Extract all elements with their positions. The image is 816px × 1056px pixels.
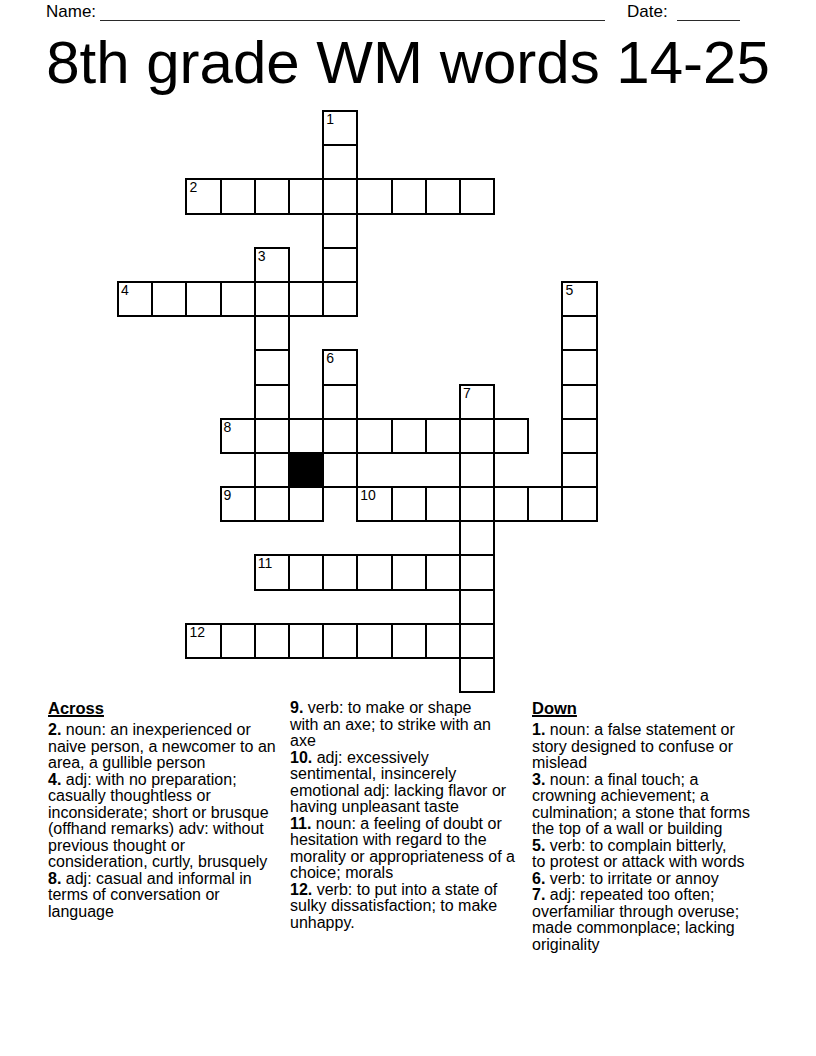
grid-cell[interactable] xyxy=(391,623,427,659)
grid-cell[interactable] xyxy=(288,486,324,522)
clue-text: adj: with no preparation; casually thoug… xyxy=(48,771,269,871)
grid-cell[interactable]: 11 xyxy=(254,554,290,590)
grid-cell[interactable] xyxy=(322,144,358,180)
grid-cell[interactable] xyxy=(254,384,290,420)
grid-cell[interactable]: 8 xyxy=(220,418,256,454)
grid-cell[interactable] xyxy=(254,452,290,488)
grid-cell[interactable] xyxy=(561,486,597,522)
clue-number: 2. xyxy=(48,721,61,738)
grid-cell[interactable] xyxy=(493,486,529,522)
grid-cell[interactable] xyxy=(561,384,597,420)
grid-cell[interactable] xyxy=(459,589,495,625)
clue-down-1: 1. noun: a false statement or story desi… xyxy=(532,722,772,772)
name-label: Name: xyxy=(46,2,96,21)
grid-cell[interactable] xyxy=(561,418,597,454)
puzzle-title: 8th grade WM words 14-25 xyxy=(0,33,816,93)
grid-cell[interactable] xyxy=(425,418,461,454)
clue-text: verb: to irritate or annoy xyxy=(550,870,719,887)
grid-cell[interactable] xyxy=(322,418,358,454)
cell-number: 12 xyxy=(189,625,205,640)
grid-cell[interactable] xyxy=(322,213,358,249)
grid-cell[interactable] xyxy=(254,418,290,454)
grid-cell[interactable] xyxy=(254,349,290,385)
clue-number: 4. xyxy=(48,771,61,788)
cell-number: 10 xyxy=(360,488,376,503)
clue-text: adj: repeated too often; overfamiliar th… xyxy=(532,886,739,953)
grid-cell[interactable] xyxy=(254,486,290,522)
grid-cell[interactable]: 9 xyxy=(220,486,256,522)
grid-cell[interactable] xyxy=(288,554,324,590)
clue-text: adj: casual and informal in terms of con… xyxy=(48,870,252,920)
grid-cell[interactable] xyxy=(561,452,597,488)
grid-cell[interactable] xyxy=(322,452,358,488)
cell-number: 6 xyxy=(326,351,334,366)
grid-cell[interactable] xyxy=(322,554,358,590)
grid-cell[interactable] xyxy=(288,623,324,659)
cell-number: 4 xyxy=(121,283,129,298)
grid-cell[interactable]: 1 xyxy=(322,110,358,146)
cell-number: 1 xyxy=(326,112,334,127)
grid-cell[interactable] xyxy=(459,418,495,454)
grid-cell[interactable]: 10 xyxy=(356,486,392,522)
grid-cell[interactable] xyxy=(459,486,495,522)
grid-cell[interactable] xyxy=(356,178,392,214)
grid-cell[interactable] xyxy=(254,623,290,659)
clue-down-5: 5. verb: to complain bitterly, to protes… xyxy=(532,838,772,871)
clue-down-6: 6. verb: to irritate or annoy xyxy=(532,871,772,888)
clues-down-column: Down 1. noun: a false statement or story… xyxy=(532,700,772,953)
date-label: Date: xyxy=(627,2,668,21)
clue-down-3: 3. noun: a final touch; a crowning achie… xyxy=(532,772,772,838)
clue-number: 1. xyxy=(532,721,545,738)
grid-cell[interactable] xyxy=(459,520,495,556)
grid-cell[interactable] xyxy=(425,486,461,522)
clue-number: 12. xyxy=(290,881,312,898)
grid-cell[interactable] xyxy=(459,178,495,214)
grid-cell[interactable] xyxy=(322,384,358,420)
clue-number: 11. xyxy=(290,815,311,832)
grid-cell[interactable]: 2 xyxy=(185,178,221,214)
clue-across-9: 9. verb: to make or shape with an axe; t… xyxy=(290,700,530,750)
cell-number: 9 xyxy=(224,488,232,503)
grid-cell[interactable] xyxy=(391,486,427,522)
cell-number: 2 xyxy=(189,180,197,195)
grid-cell[interactable]: 5 xyxy=(561,281,597,317)
cell-number: 8 xyxy=(224,420,232,435)
grid-cell[interactable]: 12 xyxy=(185,623,221,659)
grid-cell[interactable] xyxy=(356,623,392,659)
clue-across-2: 2. noun: an inexperienced or naive perso… xyxy=(48,722,286,772)
grid-cell[interactable] xyxy=(459,554,495,590)
clue-text: noun: a feeling of doubt or hesitation w… xyxy=(290,815,515,882)
grid-cell[interactable] xyxy=(254,178,290,214)
grid-cell[interactable] xyxy=(527,486,563,522)
crossword-worksheet: Name: Date: 8th grade WM words 14-25 123… xyxy=(0,0,816,1056)
clue-number: 10. xyxy=(290,749,312,766)
grid-cell[interactable] xyxy=(322,281,358,317)
grid-cell[interactable] xyxy=(459,623,495,659)
down-heading: Down xyxy=(532,700,772,717)
grid-cell[interactable]: 6 xyxy=(322,349,358,385)
clue-across-12: 12. verb: to put into a state of sulky d… xyxy=(290,882,530,932)
grid-cell[interactable] xyxy=(391,418,427,454)
clue-down-7: 7. adj: repeated too often; overfamiliar… xyxy=(532,887,772,953)
grid-cell[interactable]: 4 xyxy=(117,281,153,317)
grid-cell[interactable] xyxy=(322,623,358,659)
grid-cell[interactable] xyxy=(356,418,392,454)
clue-across-10: 10. adj: excessively sentimental, insinc… xyxy=(290,750,530,816)
grid-cell[interactable] xyxy=(220,623,256,659)
across-heading: Across xyxy=(48,700,286,717)
grid-cell[interactable] xyxy=(288,418,324,454)
grid-cell[interactable]: 3 xyxy=(254,247,290,283)
grid-cell[interactable] xyxy=(254,315,290,351)
clue-across-8: 8. adj: casual and informal in terms of … xyxy=(48,871,286,921)
name-input-line[interactable] xyxy=(100,5,605,21)
clue-number: 5. xyxy=(532,837,545,854)
cell-number: 7 xyxy=(463,386,471,401)
cell-number: 11 xyxy=(258,556,273,571)
grid-cell[interactable] xyxy=(493,418,529,454)
grid-cell[interactable] xyxy=(425,178,461,214)
clue-number: 8. xyxy=(48,870,61,887)
cell-number: 5 xyxy=(565,283,573,298)
clue-text: adj: excessively sentimental, insincerel… xyxy=(290,749,506,816)
grid-cell[interactable] xyxy=(425,623,461,659)
grid-cell[interactable] xyxy=(459,657,495,693)
clue-number: 6. xyxy=(532,870,545,887)
clue-across-4: 4. adj: with no preparation; casually th… xyxy=(48,772,286,871)
grid-cell[interactable] xyxy=(356,554,392,590)
grid-cell[interactable] xyxy=(322,247,358,283)
clues-middle-column: 9. verb: to make or shape with an axe; t… xyxy=(290,700,530,931)
clues-across-column: Across 2. noun: an inexperienced or naiv… xyxy=(48,700,286,920)
grid-cell[interactable] xyxy=(220,178,256,214)
grid-cell[interactable] xyxy=(185,281,221,317)
grid-cell[interactable] xyxy=(561,349,597,385)
grid-cell[interactable] xyxy=(459,452,495,488)
cell-number: 3 xyxy=(258,249,266,264)
clue-number: 3. xyxy=(532,771,545,788)
grid-cell[interactable] xyxy=(391,554,427,590)
clue-text: noun: a false statement or story designe… xyxy=(532,721,735,771)
grid-cell[interactable] xyxy=(425,554,461,590)
clue-number: 9. xyxy=(290,699,303,716)
clue-number: 7. xyxy=(532,886,545,903)
grid-cell[interactable] xyxy=(322,178,358,214)
grid-cell[interactable] xyxy=(561,315,597,351)
grid-cell[interactable]: 7 xyxy=(459,384,495,420)
grid-cell[interactable] xyxy=(391,178,427,214)
clue-text: verb: to make or shape with an axe; to s… xyxy=(290,699,491,749)
clue-text: verb: to complain bitterly, to protest o… xyxy=(532,837,745,871)
grid-cell[interactable] xyxy=(254,281,290,317)
clue-across-11: 11. noun: a feeling of doubt or hesitati… xyxy=(290,816,530,882)
grid-cell[interactable] xyxy=(288,178,324,214)
grid-cell[interactable] xyxy=(288,281,324,317)
grid-cell-black xyxy=(288,452,324,488)
clue-text: noun: an inexperienced or naive person, … xyxy=(48,721,276,771)
crossword-grid: 123456789101112 xyxy=(118,111,597,692)
grid-cell[interactable] xyxy=(151,281,187,317)
clue-text: noun: a final touch; a crowning achievem… xyxy=(532,771,750,838)
grid-cell[interactable] xyxy=(220,281,256,317)
date-input-line[interactable] xyxy=(677,5,740,21)
clue-text: verb: to put into a state of sulky dissa… xyxy=(290,881,497,931)
